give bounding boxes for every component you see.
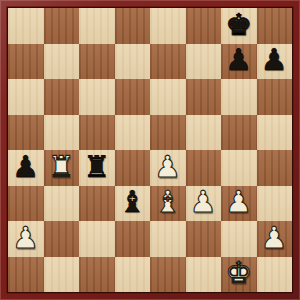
square-b7[interactable]	[44, 44, 80, 80]
square-a5[interactable]	[8, 115, 44, 151]
square-f3[interactable]: ♟	[186, 186, 222, 222]
square-h4[interactable]	[257, 150, 293, 186]
black-pawn: ♟	[12, 152, 39, 182]
black-pawn: ♟	[225, 45, 252, 75]
square-e3[interactable]: ♝	[150, 186, 186, 222]
square-g5[interactable]	[221, 115, 257, 151]
square-b3[interactable]	[44, 186, 80, 222]
square-a4[interactable]: ♟	[8, 150, 44, 186]
square-g1[interactable]: ♚	[221, 257, 257, 293]
square-f1[interactable]	[186, 257, 222, 293]
white-king: ♚	[225, 258, 252, 288]
square-c3[interactable]	[79, 186, 115, 222]
square-d3[interactable]: ♝	[115, 186, 151, 222]
square-g4[interactable]	[221, 150, 257, 186]
square-c6[interactable]	[79, 79, 115, 115]
square-g8[interactable]: ♚	[221, 8, 257, 44]
square-c1[interactable]	[79, 257, 115, 293]
square-e1[interactable]	[150, 257, 186, 293]
square-f4[interactable]	[186, 150, 222, 186]
white-bishop: ♝	[154, 187, 181, 217]
square-e6[interactable]	[150, 79, 186, 115]
square-f7[interactable]	[186, 44, 222, 80]
square-g3[interactable]: ♟	[221, 186, 257, 222]
square-c7[interactable]	[79, 44, 115, 80]
white-pawn: ♟	[261, 223, 288, 253]
square-a6[interactable]	[8, 79, 44, 115]
square-e5[interactable]	[150, 115, 186, 151]
square-d6[interactable]	[115, 79, 151, 115]
square-d1[interactable]	[115, 257, 151, 293]
square-e2[interactable]	[150, 221, 186, 257]
square-h8[interactable]	[257, 8, 293, 44]
square-d5[interactable]	[115, 115, 151, 151]
square-a3[interactable]	[8, 186, 44, 222]
square-a7[interactable]	[8, 44, 44, 80]
square-f6[interactable]	[186, 79, 222, 115]
square-c4[interactable]: ♜	[79, 150, 115, 186]
square-h6[interactable]	[257, 79, 293, 115]
square-b4[interactable]: ♜	[44, 150, 80, 186]
square-b2[interactable]	[44, 221, 80, 257]
square-h1[interactable]	[257, 257, 293, 293]
square-a1[interactable]	[8, 257, 44, 293]
white-pawn: ♟	[190, 187, 217, 217]
square-c5[interactable]	[79, 115, 115, 151]
square-g7[interactable]: ♟	[221, 44, 257, 80]
white-pawn: ♟	[225, 187, 252, 217]
square-h7[interactable]: ♟	[257, 44, 293, 80]
square-e7[interactable]	[150, 44, 186, 80]
square-d2[interactable]	[115, 221, 151, 257]
square-g6[interactable]	[221, 79, 257, 115]
white-rook: ♜	[48, 152, 75, 182]
square-f8[interactable]	[186, 8, 222, 44]
white-pawn: ♟	[12, 223, 39, 253]
square-c2[interactable]	[79, 221, 115, 257]
chess-board-frame: ♚♟♟♟♜♜♟♝♝♟♟♟♟♚	[0, 0, 300, 300]
chess-board: ♚♟♟♟♜♜♟♝♝♟♟♟♟♚	[8, 8, 292, 292]
square-f5[interactable]	[186, 115, 222, 151]
square-h5[interactable]	[257, 115, 293, 151]
square-h3[interactable]	[257, 186, 293, 222]
white-pawn: ♟	[154, 152, 181, 182]
square-h2[interactable]: ♟	[257, 221, 293, 257]
square-d8[interactable]	[115, 8, 151, 44]
square-c8[interactable]	[79, 8, 115, 44]
black-pawn: ♟	[261, 45, 288, 75]
square-g2[interactable]	[221, 221, 257, 257]
square-a8[interactable]	[8, 8, 44, 44]
black-rook: ♜	[83, 152, 110, 182]
square-e8[interactable]	[150, 8, 186, 44]
square-d4[interactable]	[115, 150, 151, 186]
square-a2[interactable]: ♟	[8, 221, 44, 257]
black-bishop: ♝	[119, 187, 146, 217]
square-b1[interactable]	[44, 257, 80, 293]
square-f2[interactable]	[186, 221, 222, 257]
square-b6[interactable]	[44, 79, 80, 115]
square-d7[interactable]	[115, 44, 151, 80]
square-e4[interactable]: ♟	[150, 150, 186, 186]
square-b5[interactable]	[44, 115, 80, 151]
black-king: ♚	[225, 10, 252, 40]
square-b8[interactable]	[44, 8, 80, 44]
